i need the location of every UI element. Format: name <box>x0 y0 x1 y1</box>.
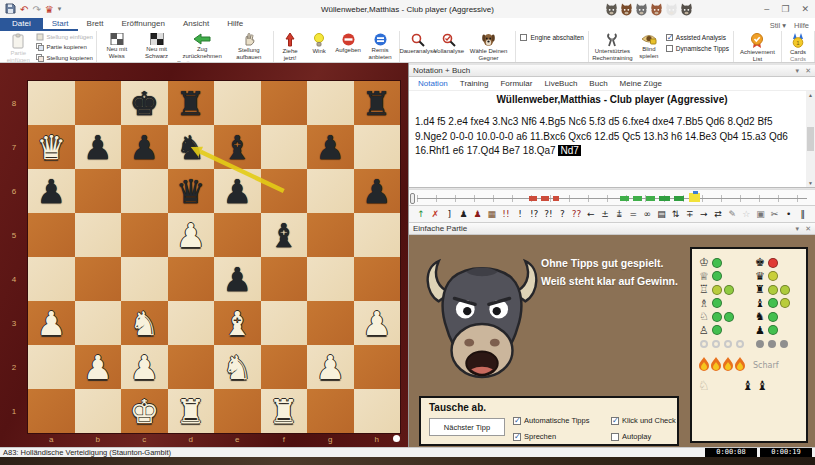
black-captured-row <box>754 337 800 351</box>
health-dot <box>724 312 734 322</box>
white-pawn[interactable]: ♟ <box>307 345 354 389</box>
notation-tabs: NotationTrainingFormularLiveBuchBuchMein… <box>409 77 815 91</box>
health-dot <box>780 285 790 295</box>
bull-icon[interactable] <box>620 2 633 15</box>
white-captured-row <box>698 337 746 351</box>
square-h5[interactable] <box>354 213 401 257</box>
panel-collapse-icon[interactable]: ▾ <box>796 225 800 233</box>
annotation-symbol[interactable]: ‖ <box>796 206 810 223</box>
black-bishop-health-row: ♝ <box>754 297 800 311</box>
style-menu[interactable]: Stil ▾ <box>770 21 786 30</box>
rabbit-icon[interactable] <box>665 2 678 15</box>
white-bishop[interactable]: ♝ <box>214 301 261 345</box>
square-d8[interactable]: ♜ <box>168 81 215 125</box>
square-h4[interactable] <box>354 257 401 301</box>
health-dot <box>768 312 778 322</box>
black-bishop-icon: ♝ <box>754 297 766 310</box>
annotation-symbol[interactable]: ⩲ <box>612 206 626 223</box>
health-dot <box>780 298 790 308</box>
square-e3[interactable]: ♝ <box>214 301 261 345</box>
square-c4[interactable] <box>121 257 168 301</box>
square-e6[interactable]: ♟ <box>214 169 261 213</box>
game-quality-timeline[interactable] <box>409 189 815 206</box>
square-f2[interactable] <box>261 345 308 389</box>
white-pawn[interactable]: ♟ <box>168 213 215 257</box>
white-king[interactable]: ♚ <box>121 389 168 433</box>
square-d2[interactable] <box>168 345 215 389</box>
square-g8[interactable] <box>307 81 354 125</box>
health-dot <box>768 258 778 268</box>
white-queen[interactable]: ♛ <box>28 125 75 169</box>
square-g2[interactable]: ♟ <box>307 345 354 389</box>
annotation-toolbar: ↑✗]♟♟▦!!!!??!???←±⩲=∞▤⇅∓→⇄✎☆▣✂•‖ <box>409 206 815 223</box>
square-h1[interactable] <box>354 389 401 433</box>
square-a8[interactable] <box>28 81 75 125</box>
annotation-symbol[interactable]: ✗ <box>428 206 442 223</box>
ribbon-button-wink[interactable]: Wink <box>305 32 333 61</box>
notation-scrollbar[interactable]: ▲▼ <box>806 91 815 187</box>
black-knight[interactable]: ♞ <box>168 125 215 169</box>
notation-tab-buch[interactable]: Buch <box>583 79 613 88</box>
ribbon-group-label: Cards <box>784 56 812 63</box>
title-bar: ↶ ↷ ♛ ▾ Wüllenweber,Matthias - Club play… <box>0 0 815 18</box>
checkbox-automatische-tipps[interactable]: Automatische Tipps <box>513 416 609 425</box>
fire-icon <box>722 356 734 375</box>
square-c1[interactable]: ♚ <box>121 389 168 433</box>
ribbon-group-cards: 1CardsCards <box>782 31 815 62</box>
checkbox-sprechen[interactable]: Sprechen <box>513 432 609 441</box>
square-a4[interactable] <box>28 257 75 301</box>
fire-icon <box>734 356 746 375</box>
menu-tab-ansicht[interactable]: Ansicht <box>174 18 218 31</box>
file-labels: abcdefgh <box>28 433 400 446</box>
square-a3[interactable]: ♟ <box>28 301 75 345</box>
ribbon-group-label <box>518 54 586 62</box>
square-h2[interactable] <box>354 345 401 389</box>
menu-tab-eröffnungen[interactable]: Eröffnungen <box>113 18 174 31</box>
ribbon-button-neu-mit-weiss[interactable]: Neu mit Weiss <box>99 32 135 60</box>
square-f7[interactable] <box>261 125 308 169</box>
square-e8[interactable] <box>214 81 261 125</box>
square-a6[interactable]: ♟ <box>28 169 75 213</box>
white-queen-icon: ♕ <box>698 270 710 283</box>
square-g4[interactable] <box>307 257 354 301</box>
panel-close-icon[interactable]: ✕ <box>805 67 811 75</box>
square-a7[interactable]: ♛ <box>28 125 75 169</box>
white-pawn[interactable]: ♟ <box>354 301 401 345</box>
white-queen-health-row: ♕ <box>698 270 746 284</box>
annotation-symbol[interactable]: ⇄ <box>711 206 725 223</box>
menu-tab-hilfe[interactable]: Hilfe <box>218 18 252 31</box>
black-pawn[interactable]: ♟ <box>307 125 354 169</box>
square-d3[interactable] <box>168 301 215 345</box>
square-f1[interactable]: ♜ <box>261 389 308 433</box>
health-dot <box>768 298 778 308</box>
notation-panel: Notation + Buch ▾✕ NotationTrainingFormu… <box>409 65 815 188</box>
health-dot <box>712 325 722 335</box>
square-b6[interactable] <box>75 169 122 213</box>
annotation-symbol[interactable]: ☆ <box>739 206 753 223</box>
ribbon-button-vollanalyse[interactable]: Vollanalyse <box>435 32 463 61</box>
annotation-symbol[interactable]: ↑ <box>414 206 428 223</box>
red-queen-icon[interactable]: ♛ <box>45 4 54 15</box>
square-c3[interactable]: ♞ <box>121 301 168 345</box>
black-pawn[interactable]: ♟ <box>28 169 75 213</box>
main-area: 87654321 ♚♜♜♛♟♟♞♝♟♟♛♟♟♟♝♟♟♞♝♟♟♟♞♟♚♜♜ abc… <box>0 63 815 447</box>
captured-slot <box>736 340 744 348</box>
game-header: Wüllenweber,Matthias - Club player (Aggr… <box>409 94 815 105</box>
timeline-current-marker <box>693 191 698 194</box>
side-to-move-indicator <box>393 435 400 442</box>
black-rook-icon: ♜ <box>754 283 766 296</box>
notation-tab-training[interactable]: Training <box>454 79 495 88</box>
annotation-symbol[interactable]: ▤ <box>654 206 668 223</box>
health-dot <box>768 325 778 335</box>
checkbox-engine-abschalten[interactable]: Engine abschalten <box>520 34 584 41</box>
ribbon-group-misc4: Engine abschalten <box>516 31 589 62</box>
square-c7[interactable]: ♟ <box>121 125 168 169</box>
clocks: 0:00:08 0:00:19 <box>705 448 812 457</box>
health-dot <box>712 271 722 281</box>
ribbon-group-stufen: DaueranalyseVollanalyseWähle Deinen Gegn… <box>400 31 516 62</box>
timeline-segment <box>674 196 685 201</box>
hint-box: Tausche ab. Nächster Tipp Automatische T… <box>419 396 679 446</box>
black-king-health-row: ♚ <box>754 256 800 270</box>
annotation-symbol[interactable]: ± <box>598 206 612 223</box>
white-pawn[interactable]: ♟ <box>121 345 168 389</box>
file-label-d: d <box>168 435 215 444</box>
rank-label-5: 5 <box>0 213 28 257</box>
annotation-symbol[interactable]: ✂ <box>768 206 782 223</box>
ribbon-group-achievements: Achievement ListAchievements <box>734 31 782 62</box>
ribbon-group-partie: Ziehe jetzt!WinkAufgebenRemis anbietenPa… <box>274 31 400 62</box>
square-h8[interactable]: ♜ <box>354 81 401 125</box>
checkbox-autoplay[interactable]: Autoplay <box>611 432 676 441</box>
square-g5[interactable] <box>307 213 354 257</box>
square-f6[interactable] <box>261 169 308 213</box>
square-g3[interactable] <box>307 301 354 345</box>
square-a2[interactable] <box>28 345 75 389</box>
redo-icon[interactable]: ↷ <box>32 4 40 15</box>
square-c8[interactable]: ♚ <box>121 81 168 125</box>
ribbon-group-zwischenablage: Partie einfügenStellung einfügenPartie k… <box>0 31 97 62</box>
file-label-f: f <box>261 435 308 444</box>
notation-tab-livebuch[interactable]: LiveBuch <box>538 79 583 88</box>
annotation-symbol[interactable]: ?? <box>570 206 584 223</box>
captured-slot <box>712 340 720 348</box>
annotation-symbol[interactable]: ?! <box>541 206 555 223</box>
square-c5[interactable] <box>121 213 168 257</box>
ribbon-button-stellung-einfügen[interactable]: Stellung einfügen <box>36 33 92 41</box>
ribbon-group-partie: Neu mit WeissNeu mit SchwarzZug zurückne… <box>97 31 274 62</box>
annotation-symbol[interactable]: ∓ <box>683 206 697 223</box>
annotation-symbol[interactable]: !? <box>527 206 541 223</box>
maximize-button[interactable]: ❐ <box>781 4 789 14</box>
black-pawn[interactable]: ♟ <box>75 125 122 169</box>
annotation-symbol[interactable]: ▣ <box>753 206 767 223</box>
ribbon-tab-row: DateiStartBrettEröffnungenAnsichtHilfe S… <box>0 18 815 31</box>
annotation-symbol[interactable]: ▦ <box>485 206 499 223</box>
health-dot <box>768 271 778 281</box>
timeline-handle[interactable] <box>410 193 415 204</box>
ribbon-button-unterstütztes-rechentraining[interactable]: Unterstütztes Rechentraining <box>591 32 634 61</box>
white-knight-health-row: ♘ <box>698 310 746 324</box>
timeline-segment <box>541 196 549 201</box>
square-e5[interactable] <box>214 213 261 257</box>
file-label-a: a <box>28 435 75 444</box>
hedgehog-icon[interactable] <box>680 2 693 15</box>
ribbon-button-aufgeben[interactable]: Aufgeben <box>334 32 362 61</box>
ribbon-button-ziehe-jetzt-[interactable]: Ziehe jetzt! <box>276 32 304 61</box>
square-d5[interactable]: ♟ <box>168 213 215 257</box>
white-pawn-health-row: ♙ <box>698 324 746 338</box>
menu-tab-start[interactable]: Start <box>43 18 78 31</box>
square-b8[interactable] <box>75 81 122 125</box>
annotation-symbol[interactable]: → <box>697 206 711 223</box>
square-a5[interactable] <box>28 213 75 257</box>
notation-tab-formular[interactable]: Formular <box>494 79 538 88</box>
piece-health-card: ♔♕♖♗♘♙♚♛♜♝♞♟Scharf♘♝♝ <box>690 247 808 443</box>
square-f5[interactable]: ♝ <box>261 213 308 257</box>
status-bar: A83: Holländische Verteidigung (Staunton… <box>0 447 815 457</box>
ribbon-button-wähle-deinen-gegner[interactable]: Wähle Deinen Gegner <box>464 32 514 61</box>
monkey-icon[interactable] <box>605 2 618 15</box>
ribbon-button-daueranalyse[interactable]: Daueranalyse <box>402 32 434 61</box>
annotation-symbol[interactable]: ⇅ <box>669 206 683 223</box>
white-knight-icon: ♘ <box>698 310 710 323</box>
desktop-strip <box>0 457 815 465</box>
black-queen-health-row: ♛ <box>754 270 800 284</box>
white-pawn[interactable]: ♟ <box>75 345 122 389</box>
white-rook-health-row: ♖ <box>698 283 746 297</box>
menu-tab-datei[interactable]: Datei <box>0 18 43 31</box>
ribbon-button-stellung-aufbauen[interactable]: Stellung aufbauen <box>227 32 271 60</box>
square-e7[interactable]: ♝ <box>214 125 261 169</box>
black-knight-health-row: ♞ <box>754 310 800 324</box>
easy-game-titlebar: Einfache Partie ▾✕ <box>409 223 815 235</box>
window-controls: – ❐ ✕ <box>764 0 809 18</box>
black-bishops-icons: ♝♝ <box>742 379 771 392</box>
square-f8[interactable] <box>261 81 308 125</box>
square-g1[interactable] <box>307 389 354 433</box>
annotation-symbol[interactable]: ♟ <box>471 206 485 223</box>
health-dot <box>768 285 778 295</box>
black-rook-health-row: ♜ <box>754 283 800 297</box>
rank-label-8: 8 <box>0 81 28 125</box>
square-d7[interactable]: ♞ <box>168 125 215 169</box>
easy-game-panel: Einfache Partie ▾✕ <box>409 223 815 447</box>
ribbon-button-cards[interactable]: 1Cards <box>784 32 812 56</box>
health-dot <box>712 258 722 268</box>
square-b3[interactable] <box>75 301 122 345</box>
white-piece-health-column: ♔♕♖♗♘♙ <box>698 256 746 351</box>
white-king-icon: ♔ <box>698 256 710 269</box>
ribbon-button-stellung-kopieren[interactable]: Stellung kopieren <box>36 54 92 62</box>
white-pawn-icon: ♙ <box>698 324 710 337</box>
square-b7[interactable]: ♟ <box>75 125 122 169</box>
square-h7[interactable] <box>354 125 401 169</box>
right-column: Notation + Buch ▾✕ NotationTrainingFormu… <box>408 63 815 447</box>
panel-close-icon[interactable]: ✕ <box>805 225 811 233</box>
ribbon-group-training: Unterstütztes RechentrainingBlind spiele… <box>589 31 734 62</box>
annotation-symbol[interactable]: ? <box>555 206 569 223</box>
ribbon-button-partie-kopieren[interactable]: Partie kopieren <box>36 43 92 51</box>
checkbox-klick-und-check[interactable]: Klick und Check <box>611 416 676 425</box>
ribbon: Partie einfügenStellung einfügenPartie k… <box>0 31 815 63</box>
square-d1[interactable]: ♜ <box>168 389 215 433</box>
ribbon-button-zug-zurücknehmen[interactable]: Zug zurücknehmen <box>179 32 226 60</box>
hint-checkboxes: Automatische TippsKlick und CheckSpreche… <box>513 416 676 441</box>
fire-icon <box>710 356 722 375</box>
quick-access-toolbar: ↶ ↷ ♛ ▾ <box>0 3 61 16</box>
annotation-symbol[interactable]: ∞ <box>640 206 654 223</box>
square-c2[interactable]: ♟ <box>121 345 168 389</box>
file-label-e: e <box>214 435 261 444</box>
black-pawn[interactable]: ♟ <box>214 169 261 213</box>
application-window: ↶ ↷ ♛ ▾ Wüllenweber,Matthias - Club play… <box>0 0 815 465</box>
notation-tab-notation[interactable]: Notation <box>412 79 454 88</box>
current-move[interactable]: Nd7 <box>558 145 580 156</box>
black-bishop[interactable]: ♝ <box>261 213 308 257</box>
square-a1[interactable] <box>28 389 75 433</box>
eco-opening-name: A83: Holländische Verteidigung (Staunton… <box>3 448 171 457</box>
checkbox-assisted-analysis[interactable]: Assisted Analysis <box>666 34 729 41</box>
health-dot <box>712 312 722 322</box>
undo-icon[interactable]: ↶ <box>20 4 28 15</box>
rank-label-1: 1 <box>0 389 28 433</box>
move-list[interactable]: 1.d4 f5 2.e4 fxe4 3.Nc3 Nf6 4.Bg5 Nc6 5.… <box>415 115 801 159</box>
notation-body: Wüllenweber,Matthias - Club player (Aggr… <box>409 91 815 187</box>
black-rook[interactable]: ♜ <box>168 81 215 125</box>
annotation-symbol[interactable]: ♟ <box>456 206 470 223</box>
ribbon-button-partie-einfügen[interactable]: Partie einfügen <box>2 32 34 63</box>
square-d6[interactable]: ♛ <box>168 169 215 213</box>
scroll-down-icon[interactable]: ▼ <box>808 180 813 186</box>
square-g7[interactable]: ♟ <box>307 125 354 169</box>
annotation-symbol[interactable]: ] <box>442 206 456 223</box>
easy-game-content: Ohne Tipps gut gespielt. Weiß steht klar… <box>409 235 815 447</box>
help-menu[interactable]: Hilfe <box>794 21 809 30</box>
ribbon-button-remis-anbieten[interactable]: Remis anbieten <box>363 32 397 61</box>
ribbon-button-achievement-list[interactable]: Achievement List <box>736 32 779 62</box>
minimize-button[interactable]: – <box>764 4 769 14</box>
black-pawn[interactable]: ♟ <box>354 169 401 213</box>
white-pawn[interactable]: ♟ <box>28 301 75 345</box>
white-bishop-health-row: ♗ <box>698 297 746 311</box>
quick-access-dropdown-icon[interactable]: ▾ <box>58 5 62 13</box>
close-button[interactable]: ✕ <box>801 4 809 14</box>
white-knight-ghost-icon: ♘ <box>698 379 710 392</box>
assistant-message-line2: Weiß steht klar auf Gewinn. <box>541 275 678 287</box>
white-rook[interactable]: ♜ <box>261 389 308 433</box>
save-icon[interactable] <box>5 3 16 16</box>
square-b1[interactable] <box>75 389 122 433</box>
file-label-b: b <box>75 435 122 444</box>
square-b2[interactable]: ♟ <box>75 345 122 389</box>
black-pawn[interactable]: ♟ <box>214 257 261 301</box>
notation-panel-titlebar: Notation + Buch ▾✕ <box>409 65 815 77</box>
checkbox-dynamische-tipps[interactable]: Dynamische Tipps <box>666 45 729 52</box>
fox-icon[interactable] <box>650 2 663 15</box>
sharpness-row: Scharf <box>698 356 800 375</box>
scrollbar-thumb[interactable] <box>807 127 814 151</box>
black-clock: 0:00:19 <box>760 448 812 457</box>
square-h6[interactable]: ♟ <box>354 169 401 213</box>
black-pawn-health-row: ♟ <box>754 324 800 338</box>
annotation-symbol[interactable]: ! <box>513 206 527 223</box>
square-c6[interactable] <box>121 169 168 213</box>
square-f3[interactable] <box>261 301 308 345</box>
timeline-segment <box>529 196 537 201</box>
black-king[interactable]: ♚ <box>121 81 168 125</box>
rank-label-3: 3 <box>0 301 28 345</box>
opponent-animal-icons <box>605 2 693 15</box>
black-bishop[interactable]: ♝ <box>214 125 261 169</box>
annotation-symbol[interactable]: = <box>626 206 640 223</box>
white-rook[interactable]: ♜ <box>168 389 215 433</box>
black-pawn-icon: ♟ <box>754 324 766 337</box>
annotation-symbol[interactable]: ✎ <box>725 206 739 223</box>
timeline-segment <box>633 196 642 201</box>
ribbon-button-blind-spielen[interactable]: Blind spielen <box>635 32 663 61</box>
notation-tab-meine-züge[interactable]: Meine Züge <box>614 79 668 88</box>
fire-icon <box>698 356 710 375</box>
black-pawn[interactable]: ♟ <box>121 125 168 169</box>
white-knight[interactable]: ♞ <box>121 301 168 345</box>
captured-slot <box>768 340 776 348</box>
square-b5[interactable] <box>75 213 122 257</box>
next-hint-button[interactable]: Nächster Tipp <box>429 418 505 436</box>
wolf-icon[interactable] <box>635 2 648 15</box>
captured-slot <box>780 340 788 348</box>
square-g6[interactable] <box>307 169 354 213</box>
scroll-up-icon[interactable]: ▲ <box>808 92 813 98</box>
health-dot <box>712 298 722 308</box>
square-f4[interactable] <box>261 257 308 301</box>
annotation-symbol[interactable]: • <box>782 206 796 223</box>
tabrow-right: Stil ▾ Hilfe <box>770 21 809 30</box>
square-e1[interactable] <box>214 389 261 433</box>
black-piece-health-column: ♚♛♜♝♞♟ <box>754 256 800 351</box>
rank-label-6: 6 <box>0 169 28 213</box>
annotation-symbol[interactable]: ← <box>584 206 598 223</box>
captured-slot <box>756 340 764 348</box>
annotation-symbol[interactable]: !! <box>499 206 513 223</box>
square-e2[interactable]: ♞ <box>214 345 261 389</box>
panel-collapse-icon[interactable]: ▾ <box>796 67 800 75</box>
white-knight[interactable]: ♞ <box>214 345 261 389</box>
timeline-segment <box>553 196 559 201</box>
captured-slot <box>724 340 732 348</box>
black-rook[interactable]: ♜ <box>354 81 401 125</box>
assistant-message-line1: Ohne Tipps gut gespielt. <box>541 257 663 269</box>
timeline-axis <box>417 198 807 199</box>
black-queen[interactable]: ♛ <box>168 169 215 213</box>
timeline-segment <box>620 196 629 201</box>
file-label-g: g <box>307 435 354 444</box>
square-b4[interactable] <box>75 257 122 301</box>
ribbon-button-neu-mit-schwarz[interactable]: Neu mit Schwarz <box>136 32 178 60</box>
file-label-c: c <box>121 435 168 444</box>
notation-panel-title: Notation + Buch <box>413 66 470 75</box>
menu-tab-brett[interactable]: Brett <box>78 18 113 31</box>
square-d4[interactable] <box>168 257 215 301</box>
chess-board[interactable]: ♚♜♜♛♟♟♞♝♟♟♛♟♟♟♝♟♟♞♝♟♟♟♞♟♚♜♜ <box>28 81 400 433</box>
square-h3[interactable]: ♟ <box>354 301 401 345</box>
sharpness-label: Scharf <box>753 361 779 370</box>
square-e4[interactable]: ♟ <box>214 257 261 301</box>
board-panel: 87654321 ♚♜♜♛♟♟♞♝♟♟♛♟♟♟♝♟♟♞♝♟♟♟♞♟♚♜♜ abc… <box>0 63 408 447</box>
